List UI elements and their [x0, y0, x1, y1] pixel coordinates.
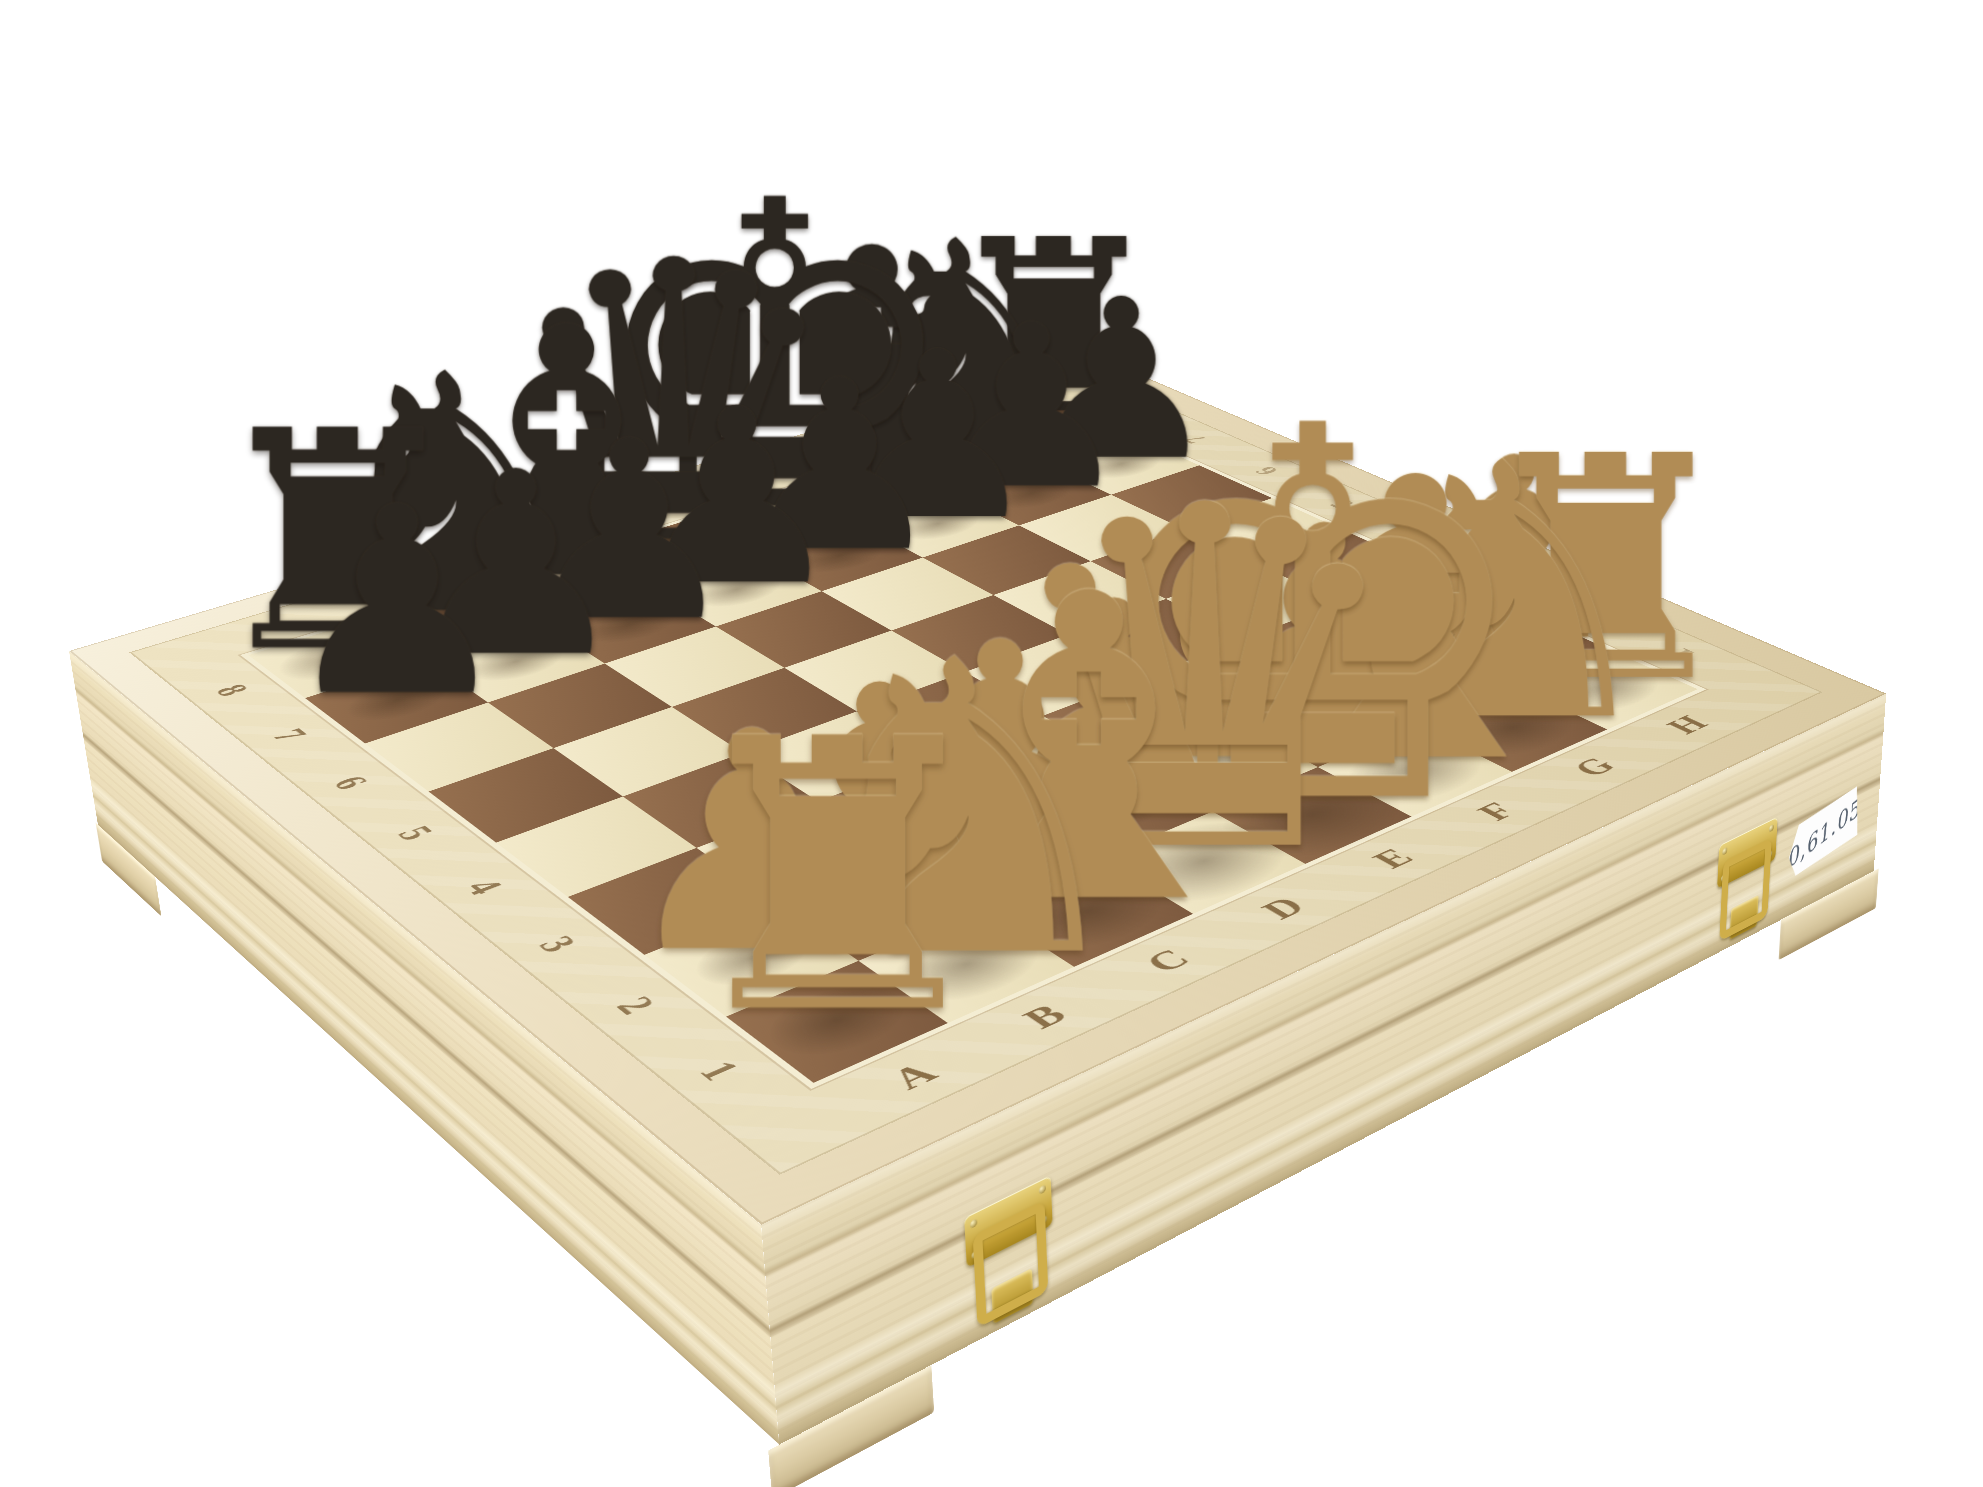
foot-front-right — [1779, 869, 1879, 961]
chess-box: 0,61.05 ABCDEFGH 87654321 87654321 ♜♞♝♛♚… — [69, 351, 1886, 1225]
latch-plate — [964, 1175, 1052, 1268]
latch-plate — [1717, 817, 1778, 889]
latch-catch — [1730, 895, 1759, 939]
white-rook-icon: ♜ — [669, 691, 1004, 1065]
latch-front-right — [1710, 815, 1782, 950]
chess-set-product-photo: 0,61.05 ABCDEFGH 87654321 87654321 ♜♞♝♛♚… — [0, 0, 1983, 1487]
price-tag: 0,61.05 — [1788, 785, 1859, 881]
latch-front-left — [958, 1172, 1061, 1339]
price-tag-text: 0,61.05 — [1786, 793, 1861, 873]
latch-hasp-icon — [973, 1200, 1049, 1328]
latch-catch — [991, 1268, 1033, 1324]
foot-front-left — [768, 1365, 934, 1487]
foot-back-left — [96, 823, 162, 917]
black-pawn-icon: ♟ — [280, 472, 513, 732]
box-lid-top: ABCDEFGH 87654321 87654321 ♜♞♝♛♚♝♞♜♟♟♟♟♟… — [69, 351, 1886, 1225]
latch-hasp-icon — [1719, 837, 1772, 941]
